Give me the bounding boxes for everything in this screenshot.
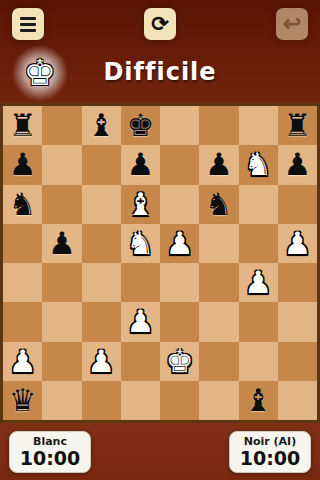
square-b2[interactable] <box>42 342 81 381</box>
square-f7[interactable]: ♟ <box>199 145 238 184</box>
square-a8[interactable]: ♜ <box>3 106 42 145</box>
square-f3[interactable] <box>199 302 238 341</box>
square-a7[interactable]: ♟ <box>3 145 42 184</box>
square-g3[interactable] <box>239 302 278 341</box>
square-d8[interactable]: ♚ <box>121 106 160 145</box>
refresh-button[interactable]: ⟳ <box>144 8 176 40</box>
square-g8[interactable] <box>239 106 278 145</box>
square-h8[interactable]: ♜ <box>278 106 317 145</box>
white-clock[interactable]: Blanc 10:00 <box>9 431 91 473</box>
square-g4[interactable]: ♟ <box>239 263 278 302</box>
undo-icon: ↩ <box>283 13 301 35</box>
square-e4[interactable] <box>160 263 199 302</box>
square-c3[interactable] <box>82 302 121 341</box>
black-pawn: ♟ <box>283 149 311 180</box>
white-pawn: ♟ <box>166 228 194 259</box>
black-clock[interactable]: Noir (AI) 10:00 <box>229 431 311 473</box>
square-b5[interactable]: ♟ <box>42 224 81 263</box>
square-d1[interactable] <box>121 381 160 420</box>
undo-button[interactable]: ↩ <box>276 8 308 40</box>
square-a6[interactable]: ♞ <box>3 185 42 224</box>
white-clock-label: Blanc <box>33 436 67 448</box>
white-pawn: ♟ <box>9 346 37 377</box>
white-clock-time: 10:00 <box>20 448 80 469</box>
black-pawn: ♟ <box>205 149 233 180</box>
square-g5[interactable] <box>239 224 278 263</box>
square-c5[interactable] <box>82 224 121 263</box>
black-pawn: ♟ <box>48 228 76 259</box>
square-a5[interactable] <box>3 224 42 263</box>
white-knight: ♞ <box>244 149 272 180</box>
square-a3[interactable] <box>3 302 42 341</box>
square-h2[interactable] <box>278 342 317 381</box>
square-e6[interactable] <box>160 185 199 224</box>
square-h5[interactable]: ♟ <box>278 224 317 263</box>
square-h6[interactable] <box>278 185 317 224</box>
square-h3[interactable] <box>278 302 317 341</box>
square-b8[interactable] <box>42 106 81 145</box>
black-king: ♚ <box>126 110 154 141</box>
square-c2[interactable]: ♟ <box>82 342 121 381</box>
black-clock-label: Noir (AI) <box>244 436 296 448</box>
square-d3[interactable]: ♟ <box>121 302 160 341</box>
square-g1[interactable]: ♝ <box>239 381 278 420</box>
white-pawn: ♟ <box>244 267 272 298</box>
square-b4[interactable] <box>42 263 81 302</box>
square-b7[interactable] <box>42 145 81 184</box>
square-a4[interactable] <box>3 263 42 302</box>
chess-board: ♜♝♚♜♟♟♟♞♟♞♝♞♟♞♟♟♟♟♟♟♚♛♝ <box>0 103 320 423</box>
square-c8[interactable]: ♝ <box>82 106 121 145</box>
square-f4[interactable] <box>199 263 238 302</box>
square-d2[interactable] <box>121 342 160 381</box>
square-a2[interactable]: ♟ <box>3 342 42 381</box>
square-h7[interactable]: ♟ <box>278 145 317 184</box>
white-pawn: ♟ <box>87 346 115 377</box>
square-g7[interactable]: ♞ <box>239 145 278 184</box>
square-f8[interactable] <box>199 106 238 145</box>
black-rook: ♜ <box>9 110 37 141</box>
square-c6[interactable] <box>82 185 121 224</box>
black-queen: ♛ <box>9 385 37 416</box>
square-c1[interactable] <box>82 381 121 420</box>
black-bishop: ♝ <box>87 110 115 141</box>
black-knight: ♞ <box>9 189 37 220</box>
white-king: ♚ <box>166 346 194 377</box>
refresh-icon: ⟳ <box>151 13 169 34</box>
square-e2[interactable]: ♚ <box>160 342 199 381</box>
square-c4[interactable] <box>82 263 121 302</box>
square-b6[interactable] <box>42 185 81 224</box>
black-bishop: ♝ <box>244 385 272 416</box>
square-b3[interactable] <box>42 302 81 341</box>
square-g6[interactable] <box>239 185 278 224</box>
square-a1[interactable]: ♛ <box>3 381 42 420</box>
square-g2[interactable] <box>239 342 278 381</box>
square-d6[interactable]: ♝ <box>121 185 160 224</box>
square-f1[interactable] <box>199 381 238 420</box>
square-d5[interactable]: ♞ <box>121 224 160 263</box>
square-d7[interactable]: ♟ <box>121 145 160 184</box>
square-f5[interactable] <box>199 224 238 263</box>
square-f2[interactable] <box>199 342 238 381</box>
white-knight: ♞ <box>126 228 154 259</box>
hamburger-icon <box>20 17 36 32</box>
square-e3[interactable] <box>160 302 199 341</box>
square-f6[interactable]: ♞ <box>199 185 238 224</box>
square-b1[interactable] <box>42 381 81 420</box>
white-pawn: ♟ <box>283 228 311 259</box>
square-e8[interactable] <box>160 106 199 145</box>
square-e1[interactable] <box>160 381 199 420</box>
square-e7[interactable] <box>160 145 199 184</box>
square-d4[interactable] <box>121 263 160 302</box>
black-rook: ♜ <box>283 110 311 141</box>
page-title: Difficile <box>0 58 320 86</box>
black-pawn: ♟ <box>9 149 37 180</box>
menu-button[interactable] <box>12 8 44 40</box>
square-c7[interactable] <box>82 145 121 184</box>
white-pawn: ♟ <box>126 306 154 337</box>
square-h1[interactable] <box>278 381 317 420</box>
square-h4[interactable] <box>278 263 317 302</box>
square-e5[interactable]: ♟ <box>160 224 199 263</box>
black-clock-time: 10:00 <box>240 448 300 469</box>
white-bishop: ♝ <box>126 189 154 220</box>
black-knight: ♞ <box>205 189 233 220</box>
black-pawn: ♟ <box>126 149 154 180</box>
